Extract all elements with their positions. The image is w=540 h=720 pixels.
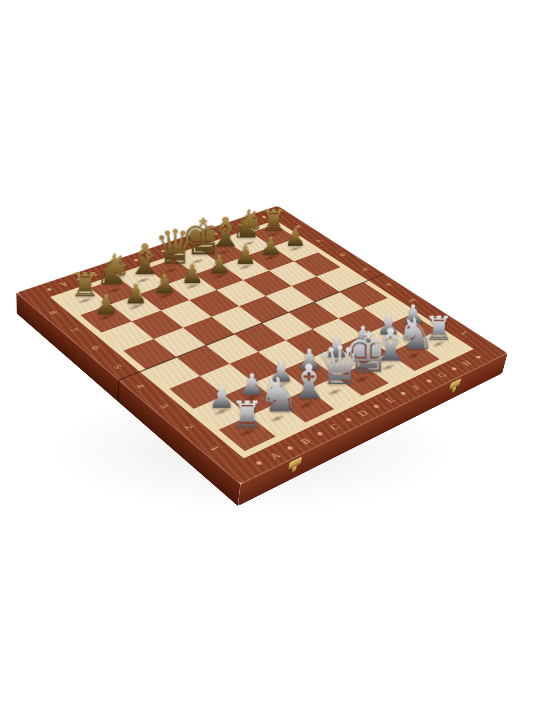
brass-clasp-left[interactable] [288,456,302,470]
inlay-diamond [188,241,192,243]
inlay-diamond [213,232,217,234]
chess-board: ABCDEFGH ABCDEFGH 87654321 87654321 ♜♞♝♛… [16,206,507,484]
fold-seam-side [117,380,119,403]
piece-white-rook-a1[interactable]: ♜ [227,396,268,433]
scene: ABCDEFGH ABCDEFGH 87654321 87654321 ♜♞♝♛… [0,0,540,720]
inlay-diamond [47,288,52,291]
piece-black-pawn-a7[interactable]: ♟ [88,291,125,318]
brass-clasp-right[interactable] [449,378,461,391]
inlay-diamond [134,259,138,261]
product-photo: ABCDEFGH ABCDEFGH 87654321 87654321 ♜♞♝♛… [0,0,540,720]
inlay-diamond [262,216,266,218]
inlay-diamond [161,250,165,252]
inlay-diamond [106,268,110,270]
inlay-diamond [238,224,242,226]
